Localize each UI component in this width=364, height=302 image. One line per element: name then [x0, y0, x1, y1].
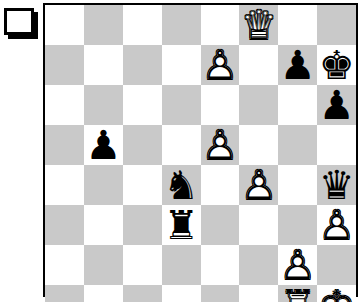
square-h1[interactable]: ♚♔: [317, 285, 356, 302]
white-pawn[interactable]: ♟♙: [201, 125, 240, 165]
white-pawn-glyph: ♙: [202, 125, 238, 165]
square-e4[interactable]: [201, 165, 240, 205]
square-f3[interactable]: [239, 205, 278, 245]
black-pawn[interactable]: ♟: [278, 45, 317, 85]
square-f4[interactable]: ♟♙: [239, 165, 278, 205]
white-pawn[interactable]: ♟♙: [201, 45, 240, 85]
square-h3[interactable]: ♟♙: [317, 205, 356, 245]
white-king-glyph: ♔: [319, 285, 355, 302]
square-f8[interactable]: ♛♕: [239, 5, 278, 45]
white-pawn-glyph: ♙: [241, 165, 277, 205]
square-a4[interactable]: [45, 165, 84, 205]
square-g6[interactable]: [278, 85, 317, 125]
white-pawn[interactable]: ♟♙: [317, 205, 356, 245]
square-b8[interactable]: [84, 5, 123, 45]
white-queen-glyph: ♕: [241, 5, 277, 45]
square-b7[interactable]: [84, 45, 123, 85]
black-queen-glyph: ♛: [319, 165, 355, 205]
square-h7[interactable]: ♚: [317, 45, 356, 85]
square-h6[interactable]: ♟: [317, 85, 356, 125]
square-g1[interactable]: ♜♖: [278, 285, 317, 302]
square-g5[interactable]: [278, 125, 317, 165]
square-f1[interactable]: [239, 285, 278, 302]
black-pawn-glyph: ♟: [319, 85, 355, 125]
black-pawn[interactable]: ♟: [84, 125, 123, 165]
square-f5[interactable]: [239, 125, 278, 165]
square-d5[interactable]: [162, 125, 201, 165]
square-e8[interactable]: [201, 5, 240, 45]
square-a1[interactable]: [45, 285, 84, 302]
square-b5[interactable]: ♟: [84, 125, 123, 165]
white-rook-glyph: ♖: [280, 285, 316, 302]
square-h4[interactable]: ♛: [317, 165, 356, 205]
black-king[interactable]: ♚: [317, 45, 356, 85]
square-d4[interactable]: ♞: [162, 165, 201, 205]
square-f7[interactable]: [239, 45, 278, 85]
square-b4[interactable]: [84, 165, 123, 205]
square-c6[interactable]: [123, 85, 162, 125]
square-e6[interactable]: [201, 85, 240, 125]
white-king[interactable]: ♚♔: [317, 285, 356, 302]
black-king-glyph: ♚: [319, 45, 355, 85]
black-knight[interactable]: ♞: [162, 165, 201, 205]
black-pawn-glyph: ♟: [280, 45, 316, 85]
square-c3[interactable]: [123, 205, 162, 245]
square-b1[interactable]: [84, 285, 123, 302]
square-h2[interactable]: [317, 245, 356, 285]
square-d8[interactable]: [162, 5, 201, 45]
square-f6[interactable]: [239, 85, 278, 125]
black-knight-glyph: ♞: [163, 165, 199, 205]
square-d7[interactable]: [162, 45, 201, 85]
square-g2[interactable]: ♟♙: [278, 245, 317, 285]
square-a6[interactable]: [45, 85, 84, 125]
square-f2[interactable]: [239, 245, 278, 285]
square-b3[interactable]: [84, 205, 123, 245]
white-pawn-glyph: ♙: [280, 245, 316, 285]
square-c4[interactable]: [123, 165, 162, 205]
chess-board: ♛♕♟♙♟♚♟♟♟♙♞♟♙♛♜♟♙♟♙♜♖♚♔: [43, 3, 358, 297]
black-rook[interactable]: ♜: [162, 205, 201, 245]
white-pawn[interactable]: ♟♙: [278, 245, 317, 285]
white-rook[interactable]: ♜♖: [278, 285, 317, 302]
square-g3[interactable]: [278, 205, 317, 245]
square-c8[interactable]: [123, 5, 162, 45]
square-c7[interactable]: [123, 45, 162, 85]
black-rook-glyph: ♜: [163, 205, 199, 245]
black-pawn-glyph: ♟: [85, 125, 121, 165]
white-queen[interactable]: ♛♕: [239, 5, 278, 45]
black-pawn[interactable]: ♟: [317, 85, 356, 125]
square-a3[interactable]: [45, 205, 84, 245]
square-b6[interactable]: [84, 85, 123, 125]
square-d3[interactable]: ♜: [162, 205, 201, 245]
square-a2[interactable]: [45, 245, 84, 285]
square-a5[interactable]: [45, 125, 84, 165]
square-e3[interactable]: [201, 205, 240, 245]
square-e5[interactable]: ♟♙: [201, 125, 240, 165]
square-d6[interactable]: [162, 85, 201, 125]
square-a7[interactable]: [45, 45, 84, 85]
square-h8[interactable]: [317, 5, 356, 45]
square-h5[interactable]: [317, 125, 356, 165]
square-g8[interactable]: [278, 5, 317, 45]
white-pawn-glyph: ♙: [319, 205, 355, 245]
square-a8[interactable]: [45, 5, 84, 45]
side-to-move-indicator: [4, 8, 34, 35]
square-g4[interactable]: [278, 165, 317, 205]
square-e7[interactable]: ♟♙: [201, 45, 240, 85]
square-b2[interactable]: [84, 245, 123, 285]
chess-diagram: ♛♕♟♙♟♚♟♟♟♙♞♟♙♛♜♟♙♟♙♜♖♚♔: [0, 0, 364, 302]
black-queen[interactable]: ♛: [317, 165, 356, 205]
square-g7[interactable]: ♟: [278, 45, 317, 85]
square-c2[interactable]: [123, 245, 162, 285]
square-c5[interactable]: [123, 125, 162, 165]
white-pawn-glyph: ♙: [202, 45, 238, 85]
square-e2[interactable]: [201, 245, 240, 285]
square-d1[interactable]: [162, 285, 201, 302]
square-e1[interactable]: [201, 285, 240, 302]
square-d2[interactable]: [162, 245, 201, 285]
square-c1[interactable]: [123, 285, 162, 302]
white-pawn[interactable]: ♟♙: [239, 165, 278, 205]
